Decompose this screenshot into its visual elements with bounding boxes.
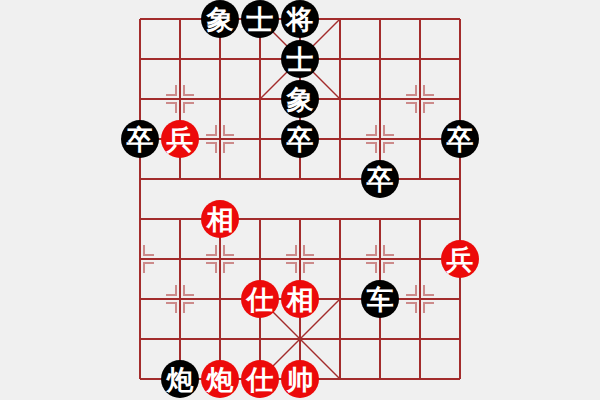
piece-black-advisor[interactable]: 士 [241, 0, 279, 38]
piece-black-advisor[interactable]: 士 [281, 40, 319, 78]
piece-red-elephant[interactable]: 相 [201, 200, 239, 238]
piece-black-soldier[interactable]: 卒 [121, 120, 159, 158]
piece-red-cannon[interactable]: 炮 [201, 360, 239, 398]
xiangqi-screenshot: 象士将士象卒兵卒卒卒相兵仕相车炮炮仕帅 [0, 0, 600, 400]
piece-black-elephant[interactable]: 象 [281, 80, 319, 118]
piece-black-soldier[interactable]: 卒 [361, 160, 399, 198]
xiangqi-board[interactable]: 象士将士象卒兵卒卒卒相兵仕相车炮炮仕帅 [120, 0, 480, 399]
piece-red-advisor[interactable]: 仕 [241, 360, 279, 398]
piece-black-chariot[interactable]: 车 [361, 280, 399, 318]
piece-black-general[interactable]: 将 [281, 0, 319, 38]
piece-black-soldier[interactable]: 卒 [281, 120, 319, 158]
piece-black-elephant[interactable]: 象 [201, 0, 239, 38]
piece-red-elephant[interactable]: 相 [281, 280, 319, 318]
piece-red-soldier[interactable]: 兵 [161, 120, 199, 158]
piece-black-soldier[interactable]: 卒 [441, 120, 479, 158]
piece-red-soldier[interactable]: 兵 [441, 240, 479, 278]
piece-black-cannon[interactable]: 炮 [161, 360, 199, 398]
piece-red-general[interactable]: 帅 [281, 360, 319, 398]
piece-red-advisor[interactable]: 仕 [241, 280, 279, 318]
